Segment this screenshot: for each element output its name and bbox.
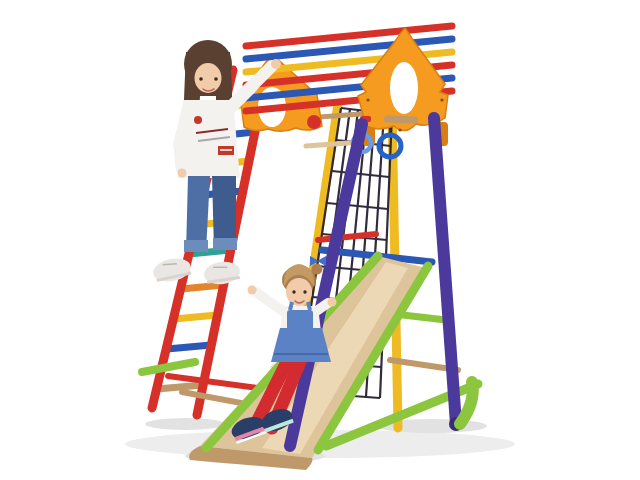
hand-right [248, 286, 257, 295]
pigtail [312, 264, 323, 275]
right-gable-cutout [390, 62, 418, 114]
overall-bib [287, 310, 313, 330]
front-right-beam [434, 118, 456, 424]
hand-left [328, 298, 337, 307]
photo-kids-play-gym [0, 0, 640, 480]
shirt-print [194, 116, 202, 124]
hand-down [178, 169, 187, 178]
face [286, 278, 312, 306]
standing-girl [151, 40, 281, 286]
arm-right [256, 292, 284, 312]
scene-canvas [0, 0, 640, 480]
hand-on-bar [271, 59, 281, 69]
overall-skirt [271, 328, 331, 362]
sneaker-right [203, 260, 242, 287]
